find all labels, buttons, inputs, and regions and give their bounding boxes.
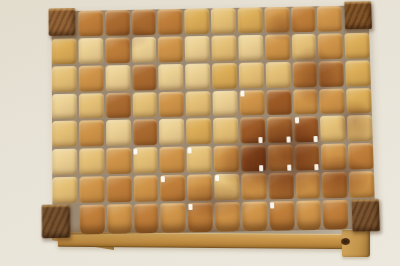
- leather-weave-cell: [79, 148, 104, 174]
- leather-weave-cell: [79, 205, 104, 235]
- weave-gap-highlight: [270, 202, 274, 208]
- leather-weave-cell: [345, 60, 371, 86]
- leather-weave-cell: [241, 173, 267, 200]
- leather-weave-cell: [159, 64, 184, 90]
- leather-weave-cell: [242, 201, 268, 231]
- leather-weave-cell: [79, 176, 104, 203]
- weave-gap-highlight: [215, 175, 219, 181]
- weave-gap-highlight: [295, 117, 299, 123]
- weave-gap-highlight: [287, 165, 291, 171]
- leather-weave-cell: [78, 10, 103, 36]
- leather-weave-cell: [265, 34, 290, 60]
- weave-gap-highlight: [240, 90, 244, 96]
- leather-weave-cell: [52, 121, 77, 147]
- weave-gap-highlight: [314, 136, 318, 142]
- leather-weave-cell: [187, 174, 212, 201]
- leather-weave-cell: [238, 35, 263, 61]
- leather-weave-cell: [79, 121, 104, 147]
- leather-weave-cell: [132, 37, 157, 63]
- photo-scene: [0, 0, 400, 266]
- leather-weave-cell: [264, 7, 289, 33]
- leather-weave-cell: [346, 88, 372, 114]
- leather-weave-cell: [186, 118, 211, 144]
- leather-weave-cell: [295, 172, 321, 199]
- leather-weave-cell: [348, 143, 374, 169]
- stretcher-rail: [58, 232, 364, 250]
- leather-weave-cell: [212, 90, 237, 116]
- leather-weave-cell: [323, 200, 349, 230]
- weave-gap-highlight: [161, 176, 165, 182]
- leather-weave-cell: [321, 144, 347, 170]
- leather-weave-cell: [213, 118, 238, 144]
- leather-weave-cell: [52, 38, 77, 64]
- woven-seat-board: [52, 5, 376, 235]
- corner-leg-block: [49, 8, 76, 36]
- leather-weave-cell: [320, 116, 346, 142]
- leather-weave-cell: [52, 177, 77, 204]
- leather-weave-cell: [211, 8, 236, 34]
- weave-gap-highlight: [187, 147, 191, 153]
- leather-weave-cell: [291, 34, 316, 60]
- leather-weave-cell: [132, 64, 157, 90]
- leather-weave-cell: [160, 147, 185, 173]
- leather-weave-cell: [214, 146, 239, 172]
- leather-weave-cell: [79, 93, 104, 119]
- leather-weave-cell: [347, 115, 373, 141]
- leather-weave-cell: [131, 9, 156, 35]
- leather-weave-cell: [106, 148, 131, 174]
- leather-weave-cell: [322, 172, 348, 199]
- leather-weave-cell: [159, 91, 184, 117]
- leather-weave-cell: [265, 62, 290, 88]
- weave-gap-highlight: [259, 165, 263, 171]
- weave-gap-highlight: [133, 148, 137, 154]
- leather-weave-cell: [78, 38, 103, 64]
- leather-weave-cell: [158, 36, 183, 62]
- leather-weave-cell: [159, 119, 184, 145]
- leather-weave-cell: [133, 119, 158, 145]
- weave-gap-highlight: [314, 164, 318, 170]
- leather-weave-cell: [105, 92, 130, 118]
- leather-weave-cell: [296, 200, 322, 230]
- corner-leg-block: [352, 199, 381, 232]
- leather-weave-cell: [212, 63, 237, 89]
- leather-weave-cell: [184, 8, 209, 34]
- leather-weave-cell: [133, 175, 158, 202]
- leather-weave-cell: [186, 91, 211, 117]
- leather-weave-cell: [106, 176, 131, 203]
- leather-weave-cell: [161, 203, 187, 233]
- leather-weave-cell: [319, 88, 345, 114]
- leather-weave-cell: [292, 61, 317, 87]
- leather-weave-cell: [78, 65, 103, 91]
- leather-weave-cell: [215, 202, 241, 232]
- corner-leg-block: [344, 1, 372, 29]
- weave-gap-highlight: [258, 137, 262, 143]
- leather-weave-cell: [106, 204, 131, 234]
- leather-weave-cell: [52, 66, 77, 92]
- leather-weave-cell: [291, 6, 316, 32]
- leather-weave-cell: [105, 65, 130, 91]
- leather-weave-cell: [52, 149, 77, 176]
- leather-weave-cell: [185, 36, 210, 62]
- leather-weave-cell: [52, 93, 77, 119]
- leather-weave-cell: [317, 6, 342, 32]
- weave-gap-highlight: [188, 204, 192, 210]
- leather-weave-cell: [185, 63, 210, 89]
- leather-weave-cell: [349, 171, 375, 198]
- leather-weave-cell: [318, 33, 343, 59]
- corner-leg-block: [42, 204, 71, 238]
- leather-weave-cell: [237, 7, 262, 33]
- leather-weave-cell: [345, 33, 371, 59]
- leather-weave-cell: [293, 89, 319, 115]
- leather-weave-cell: [211, 35, 236, 61]
- leather-weave-cell: [106, 120, 131, 146]
- leather-weave-cell: [268, 173, 294, 200]
- leather-weave-cell: [266, 89, 291, 115]
- leather-weave-cell: [134, 204, 159, 234]
- leather-weave-cell: [132, 92, 157, 118]
- leather-weave-cell: [105, 10, 130, 36]
- leather-weave-cell: [319, 61, 345, 87]
- leather-weave-cell: [158, 9, 183, 35]
- leather-weave-cell: [105, 37, 130, 63]
- weave-gap-highlight: [286, 136, 290, 142]
- leather-weave-cell: [239, 62, 264, 88]
- wood-knot: [341, 238, 350, 245]
